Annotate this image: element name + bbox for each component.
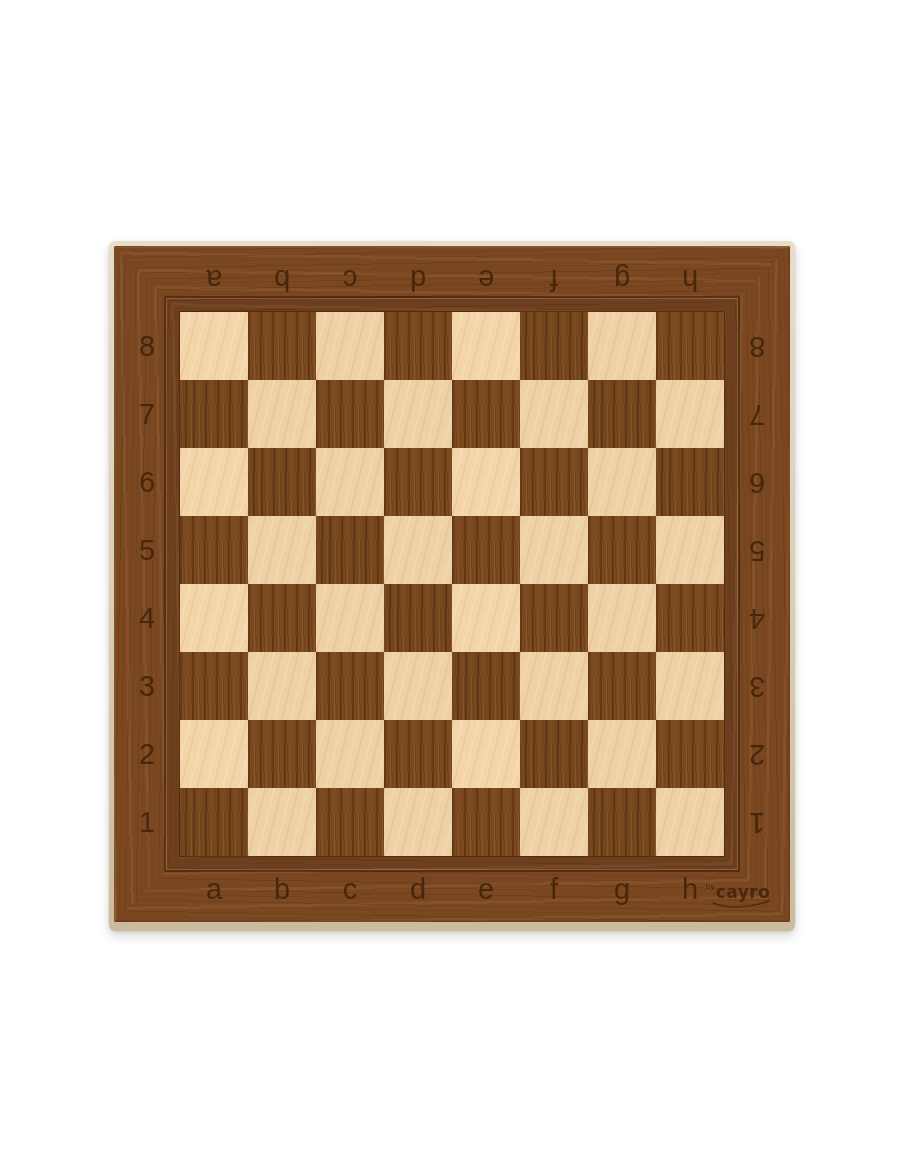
square-b1 [248,788,316,856]
frame-bottom-edge [114,856,790,922]
square-b6 [248,448,316,516]
square-d4 [384,584,452,652]
square-b7 [248,380,316,448]
square-e7 [452,380,520,448]
square-g5 [588,516,656,584]
square-e8 [452,312,520,380]
square-e1 [452,788,520,856]
square-a4 [180,584,248,652]
square-a7 [180,380,248,448]
square-e6 [452,448,520,516]
square-d8 [384,312,452,380]
square-f8 [520,312,588,380]
square-g6 [588,448,656,516]
square-a8 [180,312,248,380]
square-f2 [520,720,588,788]
square-a6 [180,448,248,516]
square-f5 [520,516,588,584]
square-c8 [316,312,384,380]
square-h8 [656,312,724,380]
square-g7 [588,380,656,448]
square-h4 [656,584,724,652]
square-e3 [452,652,520,720]
square-g1 [588,788,656,856]
square-c6 [316,448,384,516]
square-c4 [316,584,384,652]
square-h6 [656,448,724,516]
square-e2 [452,720,520,788]
square-d6 [384,448,452,516]
square-c7 [316,380,384,448]
frame-right-edge [724,246,790,922]
square-g3 [588,652,656,720]
square-a1 [180,788,248,856]
squares-grid [180,312,724,856]
square-a2 [180,720,248,788]
frame-top-edge [114,246,790,312]
square-g2 [588,720,656,788]
square-h5 [656,516,724,584]
logo-brand-text: cayro [716,882,770,902]
logo-by-text: by [706,882,715,891]
square-c2 [316,720,384,788]
square-c1 [316,788,384,856]
square-c3 [316,652,384,720]
frame-left-edge [114,246,180,922]
chess-board: abcdefgh abcdefgh 87654321 87654321 byca… [114,246,790,922]
square-e4 [452,584,520,652]
square-a3 [180,652,248,720]
square-h7 [656,380,724,448]
square-b8 [248,312,316,380]
square-f1 [520,788,588,856]
square-f6 [520,448,588,516]
product-photo: abcdefgh abcdefgh 87654321 87654321 byca… [0,0,904,1168]
square-b3 [248,652,316,720]
square-d5 [384,516,452,584]
square-e5 [452,516,520,584]
square-g4 [588,584,656,652]
square-b4 [248,584,316,652]
square-g8 [588,312,656,380]
square-f4 [520,584,588,652]
board-edge-rim: abcdefgh abcdefgh 87654321 87654321 byca… [109,241,795,931]
square-c5 [316,516,384,584]
square-f7 [520,380,588,448]
square-d1 [384,788,452,856]
square-h1 [656,788,724,856]
square-f3 [520,652,588,720]
square-h3 [656,652,724,720]
square-a5 [180,516,248,584]
square-b5 [248,516,316,584]
square-d2 [384,720,452,788]
square-h2 [656,720,724,788]
square-d3 [384,652,452,720]
brand-logo: bycayro [706,883,770,909]
square-d7 [384,380,452,448]
square-b2 [248,720,316,788]
